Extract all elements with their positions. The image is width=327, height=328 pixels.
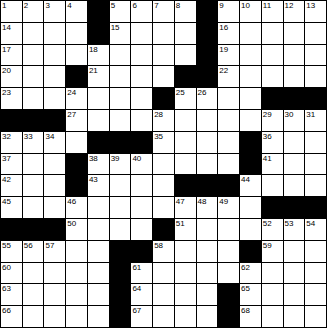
white-cell-r7c1[interactable]: 32	[1, 132, 22, 153]
white-cell-r5c11[interactable]	[218, 88, 239, 109]
white-cell-r13c2[interactable]	[23, 263, 44, 284]
white-cell-r12c9[interactable]	[175, 241, 196, 262]
white-cell-r11c5[interactable]	[88, 219, 109, 240]
white-cell-r13c4[interactable]	[66, 263, 87, 284]
clue-number-2: 2	[24, 1, 28, 10]
white-cell-r9c5[interactable]: 43	[88, 175, 109, 196]
white-cell-r10c3[interactable]	[44, 197, 65, 218]
clue-number-63: 63	[2, 284, 11, 293]
clue-number-48: 48	[198, 197, 207, 206]
clue-number-10: 10	[241, 1, 250, 10]
clue-number-20: 20	[2, 66, 11, 75]
white-cell-r12c1[interactable]: 55	[1, 241, 22, 262]
white-cell-r6c12[interactable]	[240, 110, 261, 131]
white-cell-r7c11[interactable]	[218, 132, 239, 153]
clue-number-31: 31	[306, 110, 315, 119]
white-cell-r10c10[interactable]: 48	[197, 197, 218, 218]
clue-number-41: 41	[263, 154, 272, 163]
white-cell-r7c9[interactable]	[175, 132, 196, 153]
white-cell-r15c1[interactable]: 66	[1, 306, 22, 327]
white-cell-r3c5[interactable]: 18	[88, 45, 109, 66]
white-cell-r7c8[interactable]: 35	[153, 132, 174, 153]
clue-number-47: 47	[176, 197, 185, 206]
white-cell-r7c13[interactable]: 36	[262, 132, 283, 153]
clue-number-64: 64	[132, 284, 141, 293]
white-cell-r10c8[interactable]	[153, 197, 174, 218]
white-cell-r1c3[interactable]: 3	[44, 1, 65, 22]
white-cell-r3c13[interactable]	[262, 45, 283, 66]
white-cell-r2c3[interactable]	[44, 23, 65, 44]
white-cell-r15c9[interactable]	[175, 306, 196, 327]
white-cell-r3c1[interactable]: 17	[1, 45, 22, 66]
clue-number-35: 35	[154, 132, 163, 141]
white-cell-r9c1[interactable]: 42	[1, 175, 22, 196]
white-cell-r14c1[interactable]: 63	[1, 284, 22, 305]
white-cell-r5c7[interactable]	[131, 88, 152, 109]
white-cell-r13c5[interactable]	[88, 263, 109, 284]
white-cell-r4c12[interactable]	[240, 66, 261, 87]
clue-number-62: 62	[241, 263, 250, 272]
clue-number-1: 1	[2, 1, 6, 10]
white-cell-r3c11[interactable]: 19	[218, 45, 239, 66]
white-cell-r8c13[interactable]: 41	[262, 154, 283, 175]
white-cell-r2c13[interactable]	[262, 23, 283, 44]
white-cell-r11c15[interactable]: 54	[305, 219, 326, 240]
clue-number-44: 44	[241, 175, 250, 184]
white-cell-r4c1[interactable]: 20	[1, 66, 22, 87]
clue-number-38: 38	[89, 154, 98, 163]
clue-number-3: 3	[45, 1, 49, 10]
clue-number-67: 67	[132, 306, 141, 315]
black-square-r12c7	[131, 241, 152, 262]
black-square-r7c7	[131, 132, 152, 153]
clue-number-7: 7	[154, 1, 158, 10]
white-cell-r11c11[interactable]	[218, 219, 239, 240]
white-cell-r4c6[interactable]	[110, 66, 131, 87]
white-cell-r13c1[interactable]: 60	[1, 263, 22, 284]
white-cell-r11c13[interactable]: 52	[262, 219, 283, 240]
black-square-r11c1	[1, 219, 22, 240]
clue-number-36: 36	[263, 132, 272, 141]
white-cell-r13c14[interactable]	[284, 263, 305, 284]
black-square-r7c5	[88, 132, 109, 153]
white-cell-r15c3[interactable]	[44, 306, 65, 327]
black-square-r10c15	[305, 197, 326, 218]
white-cell-r5c2[interactable]	[23, 88, 44, 109]
white-cell-r11c6[interactable]	[110, 219, 131, 240]
white-cell-r1c14[interactable]: 12	[284, 1, 305, 22]
black-square-r5c13	[262, 88, 283, 109]
clue-number-4: 4	[67, 1, 71, 10]
white-cell-r8c5[interactable]: 38	[88, 154, 109, 175]
white-cell-r8c2[interactable]	[23, 154, 44, 175]
black-square-r12c6	[110, 241, 131, 262]
clue-number-29: 29	[263, 110, 272, 119]
black-square-r7c12	[240, 132, 261, 153]
white-cell-r10c6[interactable]	[110, 197, 131, 218]
white-cell-r3c12[interactable]	[240, 45, 261, 66]
white-cell-r8c14[interactable]	[284, 154, 305, 175]
black-square-r15c6	[110, 306, 131, 327]
white-cell-r13c12[interactable]: 62	[240, 263, 261, 284]
clue-number-55: 55	[2, 241, 11, 250]
black-square-r11c2	[23, 219, 44, 240]
white-cell-r8c15[interactable]	[305, 154, 326, 175]
white-cell-r2c9[interactable]	[175, 23, 196, 44]
white-cell-r2c15[interactable]	[305, 23, 326, 44]
white-cell-r13c7[interactable]: 61	[131, 263, 152, 284]
black-square-r6c3	[44, 110, 65, 131]
white-cell-r13c9[interactable]	[175, 263, 196, 284]
white-cell-r6c13[interactable]: 29	[262, 110, 283, 131]
black-square-r10c13	[262, 197, 283, 218]
white-cell-r6c11[interactable]	[218, 110, 239, 131]
white-cell-r4c5[interactable]: 21	[88, 66, 109, 87]
clue-number-33: 33	[24, 132, 33, 141]
white-cell-r6c15[interactable]: 31	[305, 110, 326, 131]
white-cell-r15c7[interactable]: 67	[131, 306, 152, 327]
white-cell-r11c9[interactable]: 51	[175, 219, 196, 240]
white-cell-r4c15[interactable]	[305, 66, 326, 87]
clue-number-30: 30	[285, 110, 294, 119]
clue-number-65: 65	[241, 284, 250, 293]
white-cell-r6c7[interactable]	[131, 110, 152, 131]
black-square-r9c4	[66, 175, 87, 196]
white-cell-r14c13[interactable]	[262, 284, 283, 305]
clue-number-60: 60	[2, 263, 11, 272]
black-square-r14c6	[110, 284, 131, 305]
white-cell-r1c1[interactable]: 1	[1, 1, 22, 22]
white-cell-r15c8[interactable]	[153, 306, 174, 327]
clue-number-15: 15	[111, 23, 120, 32]
clue-number-39: 39	[111, 154, 120, 163]
white-cell-r2c1[interactable]: 14	[1, 23, 22, 44]
white-cell-r5c10[interactable]: 26	[197, 88, 218, 109]
white-cell-r14c4[interactable]	[66, 284, 87, 305]
clue-number-13: 13	[306, 1, 315, 10]
white-cell-r6c5[interactable]	[88, 110, 109, 131]
black-square-r1c10	[197, 1, 218, 22]
clue-number-18: 18	[89, 45, 98, 54]
white-cell-r11c4[interactable]: 50	[66, 219, 87, 240]
white-cell-r3c9[interactable]	[175, 45, 196, 66]
white-cell-r2c8[interactable]	[153, 23, 174, 44]
clue-number-24: 24	[67, 88, 76, 97]
white-cell-r8c3[interactable]	[44, 154, 65, 175]
black-square-r8c4	[66, 154, 87, 175]
white-cell-r5c12[interactable]	[240, 88, 261, 109]
white-cell-r9c2[interactable]	[23, 175, 44, 196]
white-cell-r9c15[interactable]	[305, 175, 326, 196]
white-cell-r7c10[interactable]	[197, 132, 218, 153]
black-square-r2c5	[88, 23, 109, 44]
white-cell-r12c15[interactable]	[305, 241, 326, 262]
white-cell-r11c10[interactable]	[197, 219, 218, 240]
black-square-r10c14	[284, 197, 305, 218]
white-cell-r3c14[interactable]	[284, 45, 305, 66]
white-cell-r4c8[interactable]	[153, 66, 174, 87]
white-cell-r9c14[interactable]	[284, 175, 305, 196]
white-cell-r14c15[interactable]	[305, 284, 326, 305]
clue-number-42: 42	[2, 175, 11, 184]
white-cell-r13c8[interactable]	[153, 263, 174, 284]
white-cell-r12c2[interactable]: 56	[23, 241, 44, 262]
white-cell-r3c6[interactable]	[110, 45, 131, 66]
clue-number-56: 56	[24, 241, 33, 250]
white-cell-r7c3[interactable]: 34	[44, 132, 65, 153]
white-cell-r14c2[interactable]	[23, 284, 44, 305]
black-square-r9c10	[197, 175, 218, 196]
black-square-r11c3	[44, 219, 65, 240]
white-cell-r4c7[interactable]	[131, 66, 152, 87]
clue-number-21: 21	[89, 66, 98, 75]
white-cell-r15c13[interactable]	[262, 306, 283, 327]
white-cell-r1c11[interactable]: 9	[218, 1, 239, 22]
white-cell-r3c3[interactable]	[44, 45, 65, 66]
white-cell-r12c3[interactable]: 57	[44, 241, 65, 262]
white-cell-r8c7[interactable]: 40	[131, 154, 152, 175]
black-square-r3c10	[197, 45, 218, 66]
white-cell-r8c1[interactable]: 37	[1, 154, 22, 175]
white-cell-r5c1[interactable]: 23	[1, 88, 22, 109]
white-cell-r2c11[interactable]: 16	[218, 23, 239, 44]
white-cell-r6c8[interactable]: 28	[153, 110, 174, 131]
clue-number-12: 12	[285, 1, 294, 10]
white-cell-r15c5[interactable]	[88, 306, 109, 327]
black-square-r1c5	[88, 1, 109, 22]
clue-number-58: 58	[154, 241, 163, 250]
white-cell-r12c4[interactable]	[66, 241, 87, 262]
black-square-r15c11	[218, 306, 239, 327]
white-cell-r1c8[interactable]: 7	[153, 1, 174, 22]
white-cell-r3c2[interactable]	[23, 45, 44, 66]
black-square-r5c15	[305, 88, 326, 109]
white-cell-r10c11[interactable]: 49	[218, 197, 239, 218]
clue-number-14: 14	[2, 23, 11, 32]
white-cell-r1c2[interactable]: 2	[23, 1, 44, 22]
white-cell-r12c11[interactable]	[218, 241, 239, 262]
clue-number-51: 51	[176, 219, 185, 228]
white-cell-r4c2[interactable]	[23, 66, 44, 87]
clue-number-46: 46	[67, 197, 76, 206]
white-cell-r12c13[interactable]: 59	[262, 241, 283, 262]
black-square-r9c9	[175, 175, 196, 196]
white-cell-r2c12[interactable]	[240, 23, 261, 44]
white-cell-r1c12[interactable]: 10	[240, 1, 261, 22]
white-cell-r5c4[interactable]: 24	[66, 88, 87, 109]
clue-number-43: 43	[89, 175, 98, 184]
white-cell-r6c9[interactable]	[175, 110, 196, 131]
white-cell-r2c2[interactable]	[23, 23, 44, 44]
white-cell-r10c9[interactable]: 47	[175, 197, 196, 218]
white-cell-r11c7[interactable]	[131, 219, 152, 240]
black-square-r5c8	[153, 88, 174, 109]
clue-number-26: 26	[198, 88, 207, 97]
white-cell-r3c7[interactable]	[131, 45, 152, 66]
white-cell-r6c14[interactable]: 30	[284, 110, 305, 131]
white-cell-r2c14[interactable]	[284, 23, 305, 44]
clue-number-5: 5	[111, 1, 115, 10]
clue-number-25: 25	[176, 88, 185, 97]
white-cell-r3c4[interactable]	[66, 45, 87, 66]
white-cell-r14c7[interactable]: 64	[131, 284, 152, 305]
white-cell-r9c3[interactable]	[44, 175, 65, 196]
clue-number-45: 45	[2, 197, 11, 206]
clue-number-68: 68	[241, 306, 250, 315]
clue-number-11: 11	[263, 1, 271, 10]
white-cell-r5c5[interactable]	[88, 88, 109, 109]
black-square-r14c11	[218, 284, 239, 305]
white-cell-r7c2[interactable]: 33	[23, 132, 44, 153]
white-cell-r10c4[interactable]: 46	[66, 197, 87, 218]
white-cell-r9c6[interactable]	[110, 175, 131, 196]
white-cell-r8c6[interactable]: 39	[110, 154, 131, 175]
white-cell-r3c15[interactable]	[305, 45, 326, 66]
white-cell-r5c9[interactable]: 25	[175, 88, 196, 109]
white-cell-r1c15[interactable]: 13	[305, 1, 326, 22]
white-cell-r11c12[interactable]	[240, 219, 261, 240]
clue-number-28: 28	[154, 110, 163, 119]
white-cell-r9c7[interactable]	[131, 175, 152, 196]
white-cell-r8c11[interactable]	[218, 154, 239, 175]
white-cell-r8c9[interactable]	[175, 154, 196, 175]
black-square-r7c6	[110, 132, 131, 153]
white-cell-r13c10[interactable]	[197, 263, 218, 284]
clue-number-40: 40	[132, 154, 141, 163]
black-square-r9c11	[218, 175, 239, 196]
clue-number-34: 34	[45, 132, 54, 141]
white-cell-r12c5[interactable]	[88, 241, 109, 262]
white-cell-r5c3[interactable]	[44, 88, 65, 109]
clue-number-49: 49	[219, 197, 228, 206]
clue-number-54: 54	[306, 219, 315, 228]
white-cell-r11c14[interactable]: 53	[284, 219, 305, 240]
white-cell-r1c4[interactable]: 4	[66, 1, 87, 22]
clue-number-59: 59	[263, 241, 272, 250]
white-cell-r12c10[interactable]	[197, 241, 218, 262]
clue-number-9: 9	[219, 1, 223, 10]
white-cell-r15c15[interactable]	[305, 306, 326, 327]
black-square-r8c12	[240, 154, 261, 175]
clue-number-16: 16	[219, 23, 228, 32]
white-cell-r2c7[interactable]	[131, 23, 152, 44]
white-cell-r4c3[interactable]	[44, 66, 65, 87]
white-cell-r10c12[interactable]	[240, 197, 261, 218]
clue-number-57: 57	[45, 241, 54, 250]
clue-number-66: 66	[2, 306, 11, 315]
clue-number-32: 32	[2, 132, 11, 141]
white-cell-r13c11[interactable]	[218, 263, 239, 284]
black-square-r11c8	[153, 219, 174, 240]
white-cell-r9c8[interactable]	[153, 175, 174, 196]
white-cell-r10c2[interactable]	[23, 197, 44, 218]
white-cell-r1c7[interactable]: 6	[131, 1, 152, 22]
crossword-grid: 1234567891011121314151617181920212223242…	[0, 0, 327, 328]
clue-number-50: 50	[67, 219, 76, 228]
clue-number-6: 6	[132, 1, 136, 10]
clue-number-53: 53	[285, 219, 294, 228]
white-cell-r12c14[interactable]	[284, 241, 305, 262]
white-cell-r9c12[interactable]: 44	[240, 175, 261, 196]
white-cell-r14c10[interactable]	[197, 284, 218, 305]
white-cell-r12c8[interactable]: 58	[153, 241, 174, 262]
black-square-r13c6	[110, 263, 131, 284]
clue-number-19: 19	[219, 45, 228, 54]
black-square-r4c9	[175, 66, 196, 87]
black-square-r2c10	[197, 23, 218, 44]
clue-number-23: 23	[2, 88, 11, 97]
white-cell-r9c13[interactable]	[262, 175, 283, 196]
white-cell-r10c5[interactable]	[88, 197, 109, 218]
clue-number-37: 37	[2, 154, 11, 163]
white-cell-r2c6[interactable]: 15	[110, 23, 131, 44]
white-cell-r6c6[interactable]	[110, 110, 131, 131]
clue-number-22: 22	[219, 66, 228, 75]
white-cell-r15c2[interactable]	[23, 306, 44, 327]
white-cell-r1c6[interactable]: 5	[110, 1, 131, 22]
black-square-r4c4	[66, 66, 87, 87]
white-cell-r4c13[interactable]	[262, 66, 283, 87]
white-cell-r6c10[interactable]	[197, 110, 218, 131]
white-cell-r14c8[interactable]	[153, 284, 174, 305]
white-cell-r15c10[interactable]	[197, 306, 218, 327]
white-cell-r8c8[interactable]	[153, 154, 174, 175]
black-square-r12c12	[240, 241, 261, 262]
white-cell-r14c3[interactable]	[44, 284, 65, 305]
white-cell-r13c15[interactable]	[305, 263, 326, 284]
white-cell-r15c12[interactable]: 68	[240, 306, 261, 327]
white-cell-r7c4[interactable]	[66, 132, 87, 153]
black-square-r5c14	[284, 88, 305, 109]
white-cell-r13c13[interactable]	[262, 263, 283, 284]
white-cell-r4c11[interactable]: 22	[218, 66, 239, 87]
clue-number-52: 52	[263, 219, 272, 228]
white-cell-r10c7[interactable]	[131, 197, 152, 218]
white-cell-r6c4[interactable]: 27	[66, 110, 87, 131]
white-cell-r2c4[interactable]	[66, 23, 87, 44]
white-cell-r7c14[interactable]	[284, 132, 305, 153]
white-cell-r14c9[interactable]	[175, 284, 196, 305]
black-square-r6c2	[23, 110, 44, 131]
white-cell-r8c10[interactable]	[197, 154, 218, 175]
white-cell-r1c9[interactable]: 8	[175, 1, 196, 22]
black-square-r4c10	[197, 66, 218, 87]
white-cell-r7c15[interactable]	[305, 132, 326, 153]
clue-number-8: 8	[176, 1, 180, 10]
white-cell-r3c8[interactable]	[153, 45, 174, 66]
white-cell-r15c14[interactable]	[284, 306, 305, 327]
white-cell-r5c6[interactable]	[110, 88, 131, 109]
white-cell-r1c13[interactable]: 11	[262, 1, 283, 22]
white-cell-r13c3[interactable]	[44, 263, 65, 284]
white-cell-r10c1[interactable]: 45	[1, 197, 22, 218]
white-cell-r4c14[interactable]	[284, 66, 305, 87]
white-cell-r14c14[interactable]	[284, 284, 305, 305]
white-cell-r15c4[interactable]	[66, 306, 87, 327]
white-cell-r14c12[interactable]: 65	[240, 284, 261, 305]
clue-number-27: 27	[67, 110, 76, 119]
white-cell-r14c5[interactable]	[88, 284, 109, 305]
clue-number-17: 17	[2, 45, 11, 54]
clue-number-61: 61	[132, 263, 141, 272]
black-square-r6c1	[1, 110, 22, 131]
